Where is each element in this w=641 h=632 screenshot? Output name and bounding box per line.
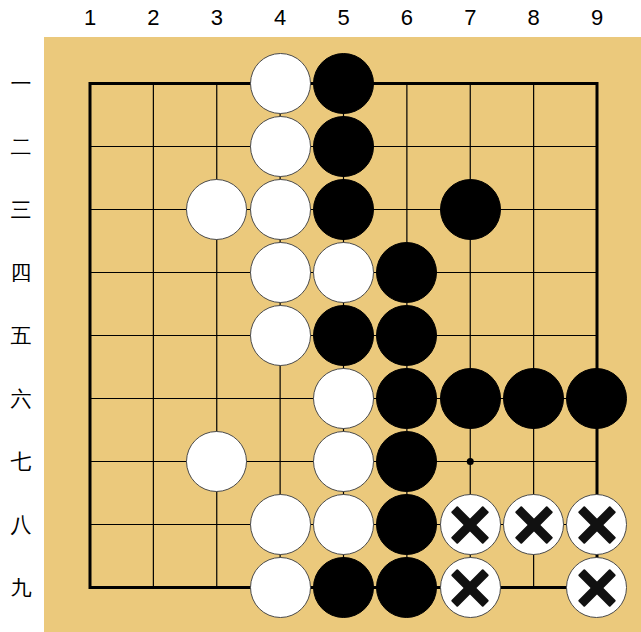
intersection-9-3[interactable] xyxy=(565,178,628,241)
intersection-8-4[interactable] xyxy=(502,241,565,304)
column-label-8: 8 xyxy=(514,2,554,34)
intersection-4-4[interactable] xyxy=(248,241,311,304)
intersection-9-1[interactable] xyxy=(565,52,628,115)
white-stone xyxy=(250,53,311,114)
column-label-5: 5 xyxy=(324,2,364,34)
white-stone xyxy=(250,557,311,618)
intersection-5-9[interactable] xyxy=(312,556,375,619)
intersection-8-9[interactable] xyxy=(502,556,565,619)
white-stone xyxy=(313,368,374,429)
intersection-5-5[interactable] xyxy=(312,304,375,367)
intersection-4-6[interactable] xyxy=(248,367,311,430)
row-label-5: 五 xyxy=(0,320,42,352)
intersection-4-9[interactable] xyxy=(248,556,311,619)
intersection-5-2[interactable] xyxy=(312,115,375,178)
black-stone xyxy=(313,53,374,114)
intersection-5-1[interactable] xyxy=(312,52,375,115)
intersection-7-7[interactable] xyxy=(439,430,502,493)
intersections-grid xyxy=(58,52,628,619)
intersection-7-2[interactable] xyxy=(439,115,502,178)
intersection-1-5[interactable] xyxy=(58,304,121,367)
intersection-3-5[interactable] xyxy=(185,304,248,367)
white-stone xyxy=(186,179,247,240)
white-stone-cross-marked xyxy=(503,494,564,555)
intersection-9-6[interactable] xyxy=(565,367,628,430)
intersection-1-7[interactable] xyxy=(58,430,121,493)
intersection-3-4[interactable] xyxy=(185,241,248,304)
black-stone xyxy=(313,305,374,366)
intersection-6-2[interactable] xyxy=(375,115,438,178)
intersection-4-1[interactable] xyxy=(248,52,311,115)
intersection-2-3[interactable] xyxy=(122,178,185,241)
intersection-1-4[interactable] xyxy=(58,241,121,304)
intersection-7-5[interactable] xyxy=(439,304,502,367)
intersection-4-7[interactable] xyxy=(248,430,311,493)
black-stone xyxy=(313,179,374,240)
white-stone-cross-marked xyxy=(440,557,501,618)
intersection-8-6[interactable] xyxy=(502,367,565,430)
white-stone xyxy=(313,431,374,492)
row-label-8: 八 xyxy=(0,509,42,541)
white-stone xyxy=(313,242,374,303)
intersection-1-8[interactable] xyxy=(58,493,121,556)
row-label-1: 一 xyxy=(0,68,42,100)
intersection-6-5[interactable] xyxy=(375,304,438,367)
white-stone-cross-marked xyxy=(566,557,627,618)
intersection-4-2[interactable] xyxy=(248,115,311,178)
black-stone xyxy=(376,431,437,492)
intersection-7-4[interactable] xyxy=(439,241,502,304)
intersection-1-9[interactable] xyxy=(58,556,121,619)
intersection-2-4[interactable] xyxy=(122,241,185,304)
intersection-6-9[interactable] xyxy=(375,556,438,619)
intersection-3-6[interactable] xyxy=(185,367,248,430)
intersection-2-1[interactable] xyxy=(122,52,185,115)
column-label-1: 1 xyxy=(70,2,110,34)
black-stone xyxy=(566,368,627,429)
intersection-4-3[interactable] xyxy=(248,178,311,241)
intersection-4-5[interactable] xyxy=(248,304,311,367)
intersection-3-2[interactable] xyxy=(185,115,248,178)
black-stone xyxy=(313,116,374,177)
intersection-8-5[interactable] xyxy=(502,304,565,367)
white-stone-cross-marked xyxy=(440,494,501,555)
white-stone xyxy=(250,242,311,303)
row-label-4: 四 xyxy=(0,257,42,289)
intersection-6-8[interactable] xyxy=(375,493,438,556)
white-stone xyxy=(250,494,311,555)
intersection-6-3[interactable] xyxy=(375,178,438,241)
intersection-3-7[interactable] xyxy=(185,430,248,493)
black-stone xyxy=(376,305,437,366)
intersection-9-2[interactable] xyxy=(565,115,628,178)
black-stone xyxy=(376,242,437,303)
intersection-9-7[interactable] xyxy=(565,430,628,493)
intersection-8-1[interactable] xyxy=(502,52,565,115)
black-stone xyxy=(440,368,501,429)
black-stone xyxy=(376,368,437,429)
black-stone xyxy=(376,557,437,618)
intersection-9-9[interactable] xyxy=(565,556,628,619)
white-stone-cross-marked xyxy=(566,494,627,555)
go-board[interactable] xyxy=(44,37,641,632)
go-diagram-canvas: 123456789 一二三四五六七八九 xyxy=(0,0,641,632)
intersection-8-7[interactable] xyxy=(502,430,565,493)
intersection-7-9[interactable] xyxy=(439,556,502,619)
intersection-9-5[interactable] xyxy=(565,304,628,367)
intersection-1-1[interactable] xyxy=(58,52,121,115)
intersection-2-7[interactable] xyxy=(122,430,185,493)
intersection-9-4[interactable] xyxy=(565,241,628,304)
white-stone xyxy=(250,116,311,177)
column-label-7: 7 xyxy=(450,2,490,34)
intersection-1-6[interactable] xyxy=(58,367,121,430)
intersection-6-7[interactable] xyxy=(375,430,438,493)
column-label-3: 3 xyxy=(197,2,237,34)
intersection-2-6[interactable] xyxy=(122,367,185,430)
row-label-9: 九 xyxy=(0,572,42,604)
black-stone xyxy=(376,494,437,555)
intersection-5-6[interactable] xyxy=(312,367,375,430)
intersection-7-1[interactable] xyxy=(439,52,502,115)
intersection-5-4[interactable] xyxy=(312,241,375,304)
intersection-8-8[interactable] xyxy=(502,493,565,556)
intersection-7-6[interactable] xyxy=(439,367,502,430)
intersection-7-8[interactable] xyxy=(439,493,502,556)
white-stone xyxy=(313,494,374,555)
intersection-2-5[interactable] xyxy=(122,304,185,367)
white-stone xyxy=(186,431,247,492)
intersection-6-6[interactable] xyxy=(375,367,438,430)
column-label-2: 2 xyxy=(133,2,173,34)
intersection-3-8[interactable] xyxy=(185,493,248,556)
black-stone xyxy=(440,179,501,240)
row-label-6: 六 xyxy=(0,383,42,415)
intersection-6-4[interactable] xyxy=(375,241,438,304)
white-stone xyxy=(250,179,311,240)
intersection-3-3[interactable] xyxy=(185,178,248,241)
black-stone xyxy=(503,368,564,429)
intersection-5-7[interactable] xyxy=(312,430,375,493)
intersection-5-3[interactable] xyxy=(312,178,375,241)
intersection-9-8[interactable] xyxy=(565,493,628,556)
intersection-5-8[interactable] xyxy=(312,493,375,556)
intersection-4-8[interactable] xyxy=(248,493,311,556)
intersection-2-8[interactable] xyxy=(122,493,185,556)
row-label-2: 二 xyxy=(0,131,42,163)
intersection-3-1[interactable] xyxy=(185,52,248,115)
intersection-8-3[interactable] xyxy=(502,178,565,241)
column-label-9: 9 xyxy=(577,2,617,34)
intersection-2-2[interactable] xyxy=(122,115,185,178)
column-label-4: 4 xyxy=(260,2,300,34)
white-stone xyxy=(250,305,311,366)
intersection-8-2[interactable] xyxy=(502,115,565,178)
row-label-3: 三 xyxy=(0,194,42,226)
intersection-2-9[interactable] xyxy=(122,556,185,619)
intersection-3-9[interactable] xyxy=(185,556,248,619)
row-label-7: 七 xyxy=(0,446,42,478)
intersection-1-2[interactable] xyxy=(58,115,121,178)
column-label-6: 6 xyxy=(387,2,427,34)
black-stone xyxy=(313,557,374,618)
intersection-1-3[interactable] xyxy=(58,178,121,241)
intersection-6-1[interactable] xyxy=(375,52,438,115)
intersection-7-3[interactable] xyxy=(439,178,502,241)
